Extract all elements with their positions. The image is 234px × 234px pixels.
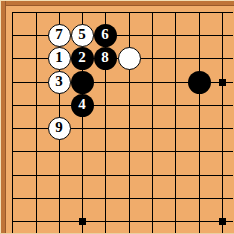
star-point [219,218,226,225]
goban: 756128349 [0,0,234,234]
stone-white-7: 7 [48,24,71,47]
grid-line-vertical [222,12,223,233]
board-edge-highlight-bottom [0,233,234,234]
grid-line-horizontal [12,128,233,129]
grid-line-vertical [152,12,153,233]
stone-black-2: 2 [71,47,94,70]
stone-white-3: 3 [48,71,71,94]
board-border-top [1,1,234,6]
star-point [219,79,226,86]
stone-white [118,47,141,70]
stone-number: 3 [55,74,63,89]
grid-line-vertical [199,12,200,233]
board-edge-highlight-top [0,0,234,1]
stone-white-5: 5 [71,24,94,47]
stone-number: 6 [101,27,109,42]
grid-line-vertical [36,12,37,233]
stone-black-4: 4 [71,94,94,117]
board-border-left [1,1,6,234]
stone-number: 5 [78,27,86,42]
grid-line-horizontal [12,35,233,36]
stone-black [71,71,94,94]
grid-line-vertical [129,12,130,233]
grid-line-horizontal [12,151,233,152]
grid-line-vertical [12,12,13,233]
stone-black-6: 6 [94,24,117,47]
stone-number: 1 [55,50,63,65]
stone-white-9: 9 [48,117,71,140]
stone-number: 7 [55,27,63,42]
grid-line-horizontal [12,105,233,106]
stone-number: 4 [78,97,86,112]
stone-number: 8 [101,50,109,65]
stone-white-1: 1 [48,47,71,70]
star-point [79,218,86,225]
go-diagram: 756128349 [0,0,234,234]
grid-line-horizontal [12,198,233,199]
grid-line-horizontal [12,12,233,13]
board-edge-highlight-left [0,0,1,234]
grid-line-vertical [175,12,176,233]
stone-number: 2 [78,50,86,65]
stone-black [188,71,211,94]
grid-line-horizontal [12,221,233,222]
stone-black-8: 8 [94,47,117,70]
stone-number: 9 [55,120,63,135]
grid-line-horizontal [12,175,233,176]
